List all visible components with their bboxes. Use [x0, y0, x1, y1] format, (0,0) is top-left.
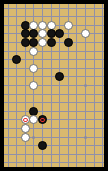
grid-line	[4, 85, 104, 86]
white-stone[interactable]	[81, 29, 90, 38]
grid-line	[4, 145, 104, 146]
grid-line	[4, 51, 104, 52]
board-frame	[0, 0, 108, 171]
black-stone[interactable]	[38, 141, 47, 150]
white-stone[interactable]	[29, 47, 38, 56]
grid-line	[4, 76, 104, 77]
star-point	[84, 84, 87, 87]
last-move-marker	[23, 118, 28, 123]
white-stone[interactable]	[38, 29, 47, 38]
white-stone[interactable]	[29, 115, 38, 124]
black-stone[interactable]	[55, 72, 64, 81]
grid-line	[4, 16, 104, 17]
grid-line	[4, 137, 104, 138]
black-stone[interactable]	[29, 29, 38, 38]
star-point	[32, 136, 35, 139]
last-move-marker	[40, 118, 45, 123]
white-stone[interactable]	[21, 124, 30, 133]
black-stone[interactable]	[64, 38, 73, 47]
black-stone[interactable]	[55, 29, 64, 38]
black-stone[interactable]	[12, 55, 21, 64]
white-stone[interactable]	[29, 81, 38, 90]
white-stone[interactable]	[38, 38, 47, 47]
black-stone[interactable]	[47, 38, 56, 47]
black-stone[interactable]	[29, 38, 38, 47]
grid-line	[4, 162, 104, 163]
grid-line	[4, 154, 104, 155]
white-stone[interactable]	[21, 133, 30, 142]
white-stone[interactable]	[64, 21, 73, 30]
white-stone[interactable]	[29, 64, 38, 73]
go-board[interactable]	[4, 4, 104, 167]
grid-line	[4, 94, 104, 95]
grid-line	[4, 128, 104, 129]
black-stone[interactable]	[38, 115, 47, 124]
grid-line	[4, 102, 104, 103]
grid-line	[4, 8, 104, 9]
star-point	[84, 136, 87, 139]
grid-line	[4, 68, 104, 69]
grid-line	[4, 119, 104, 120]
grid-line	[4, 111, 104, 112]
